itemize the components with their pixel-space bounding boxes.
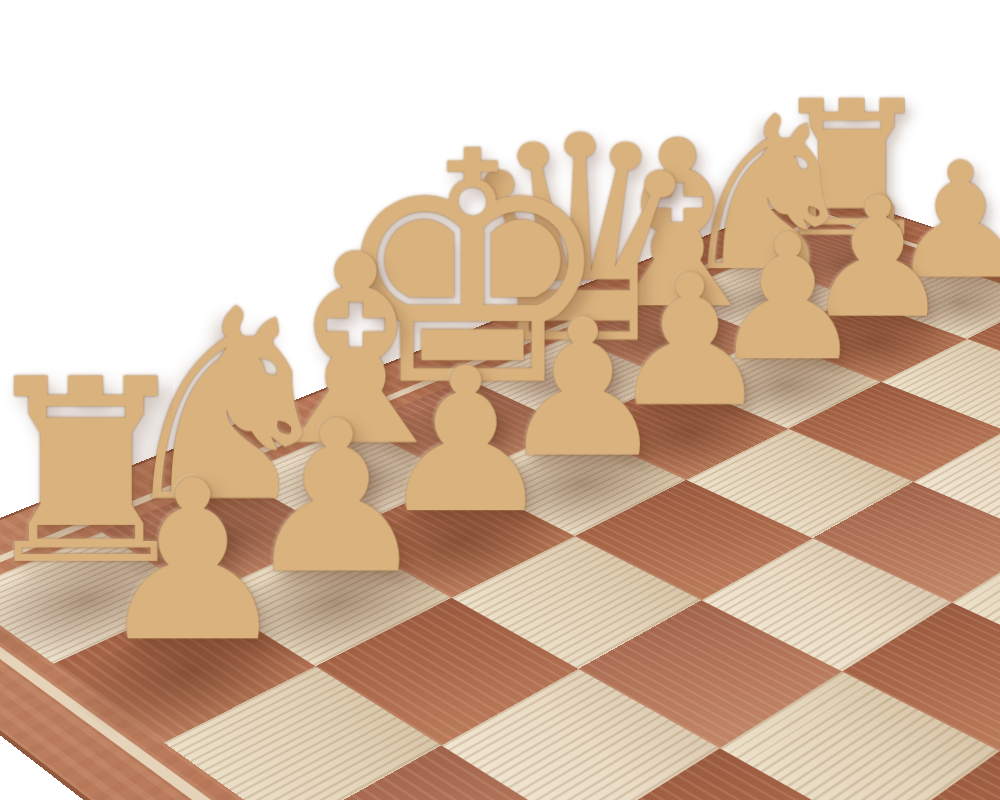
scene-3d: ♜♞♝♚♛♝♞♜♟♟♟♟♟♟♟♟ bbox=[0, 0, 1000, 800]
board-squares: ♜♞♝♚♛♝♞♜♟♟♟♟♟♟♟♟ bbox=[0, 226, 1000, 800]
chess-board: ♜♞♝♚♛♝♞♜♟♟♟♟♟♟♟♟ bbox=[0, 190, 1000, 800]
chess-set-photo: ♜♞♝♚♛♝♞♜♟♟♟♟♟♟♟♟ bbox=[0, 0, 1000, 800]
white-pawn: ♟ bbox=[0, 451, 427, 672]
